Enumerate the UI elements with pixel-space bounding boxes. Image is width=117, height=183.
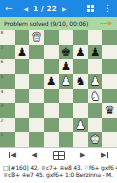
square-h1[interactable] xyxy=(102,132,117,147)
square-e3[interactable] xyxy=(59,103,74,118)
square-b1[interactable] xyxy=(15,132,30,147)
square-g3[interactable] xyxy=(88,103,103,118)
square-d4[interactable] xyxy=(44,89,59,104)
board-icon xyxy=(53,151,65,160)
square-g6[interactable] xyxy=(88,59,103,74)
board-setup-button[interactable] xyxy=(53,151,65,160)
piece-white-knight[interactable]: ♞ xyxy=(88,89,103,104)
notation-line-1[interactable]: □[#160] 42. ♕c7+ ♔e8 43. ♘f6+ gxf6 44. xyxy=(3,164,114,171)
square-c5[interactable] xyxy=(29,74,44,89)
square-e8[interactable] xyxy=(59,30,74,45)
piece-black-pawn[interactable]: ♟ xyxy=(73,45,88,60)
square-c4[interactable] xyxy=(29,89,44,104)
square-c2[interactable] xyxy=(29,118,44,133)
piece-black-knight[interactable]: ♞ xyxy=(73,74,88,89)
rank-label-2: 2 xyxy=(1,118,4,123)
status-bar: Problem solved (9/10, 00:06) → xyxy=(0,17,117,30)
square-c8[interactable]: ♛ xyxy=(29,30,44,45)
rank-label-7: 7 xyxy=(1,45,4,50)
rank-label-6: 6 xyxy=(1,59,4,64)
square-d6[interactable] xyxy=(44,59,59,74)
piece-black-pawn[interactable]: ♟ xyxy=(15,45,30,60)
square-h6[interactable] xyxy=(102,59,117,74)
square-d5[interactable]: ♟ xyxy=(44,74,59,89)
notation-line-2[interactable]: ♕c8+ ♔e7 45. gxf6+ 1:0 Berzinna - M. xyxy=(3,171,114,178)
square-b3[interactable] xyxy=(15,103,30,118)
square-g7[interactable]: ♟ xyxy=(88,45,103,60)
next-move-button[interactable]: ▶ xyxy=(80,151,85,159)
square-f6[interactable] xyxy=(73,59,88,74)
square-d7[interactable] xyxy=(44,45,59,60)
square-a5[interactable]: 5 xyxy=(0,74,15,89)
square-b4[interactable] xyxy=(15,89,30,104)
square-c1[interactable] xyxy=(29,132,44,147)
piece-white-king[interactable]: ♚ xyxy=(88,132,103,147)
square-h2[interactable] xyxy=(102,118,117,133)
piece-black-pawn[interactable]: ♟ xyxy=(44,74,59,89)
square-g5[interactable]: ♟ xyxy=(88,74,103,89)
next-puzzle-icon[interactable]: ▶ xyxy=(62,0,67,17)
square-b5[interactable] xyxy=(15,74,30,89)
square-c6[interactable] xyxy=(29,59,44,74)
square-f3[interactable] xyxy=(73,103,88,118)
back-icon[interactable]: ← xyxy=(5,0,13,17)
chess-board[interactable]: 8♛7♟♚♟♟6♟5♟♟♞♟4♞3♛2♟1♚ xyxy=(0,30,117,147)
rank-label-8: 8 xyxy=(1,30,4,35)
square-g8[interactable] xyxy=(88,30,103,45)
rank-label-5: 5 xyxy=(1,74,4,79)
status-text: Problem solved (9/10, 00:06) xyxy=(4,20,105,27)
square-h8[interactable] xyxy=(102,30,117,45)
square-f5[interactable]: ♞ xyxy=(73,74,88,89)
square-e5[interactable]: ♟ xyxy=(59,74,74,89)
square-b6[interactable] xyxy=(15,59,30,74)
square-b7[interactable]: ♟ xyxy=(15,45,30,60)
square-a7[interactable]: 7 xyxy=(0,45,15,60)
piece-white-pawn[interactable]: ♟ xyxy=(59,74,74,89)
square-d1[interactable] xyxy=(44,132,59,147)
square-h5[interactable] xyxy=(102,74,117,89)
piece-black-king[interactable]: ♚ xyxy=(59,45,74,60)
piece-white-queen[interactable]: ♛ xyxy=(29,30,44,45)
square-a4[interactable]: 4 xyxy=(0,89,15,104)
square-g4[interactable]: ♞ xyxy=(88,89,103,104)
puzzle-pager: ◀ 1 / 22 ▶ xyxy=(24,0,67,17)
square-e7[interactable]: ♚ xyxy=(59,45,74,60)
square-d2[interactable] xyxy=(44,118,59,133)
square-a1[interactable]: 1 xyxy=(0,132,15,147)
square-d3[interactable] xyxy=(44,103,59,118)
square-g2[interactable] xyxy=(88,118,103,133)
piece-white-pawn[interactable]: ♟ xyxy=(88,74,103,89)
square-g1[interactable]: ♚ xyxy=(88,132,103,147)
piece-black-pawn[interactable]: ♟ xyxy=(59,59,74,74)
overflow-menu-icon[interactable]: ⋮ xyxy=(103,0,112,17)
app-bar: ← ◀ 1 / 22 ▶ ⋮ xyxy=(0,0,117,17)
square-h4[interactable] xyxy=(102,89,117,104)
square-h7[interactable] xyxy=(102,45,117,60)
square-b2[interactable] xyxy=(15,118,30,133)
square-a6[interactable]: 6 xyxy=(0,59,15,74)
piece-black-pawn[interactable]: ♟ xyxy=(88,45,103,60)
rank-label-1: 1 xyxy=(1,132,4,137)
square-h3[interactable]: ♛ xyxy=(102,103,117,118)
square-f8[interactable] xyxy=(73,30,88,45)
square-e2[interactable] xyxy=(59,118,74,133)
previous-puzzle-icon[interactable]: ◀ xyxy=(24,0,29,17)
square-a2[interactable]: 2 xyxy=(0,118,15,133)
next-arrow-icon[interactable]: → xyxy=(100,17,113,30)
last-move-button[interactable]: ▶ xyxy=(101,151,108,159)
square-c7[interactable] xyxy=(29,45,44,60)
rank-label-3: 3 xyxy=(1,103,4,108)
square-f2[interactable]: ♟ xyxy=(73,118,88,133)
square-d8[interactable] xyxy=(44,30,59,45)
square-f4[interactable] xyxy=(73,89,88,104)
square-a3[interactable]: 3 xyxy=(0,103,15,118)
move-notation[interactable]: □[#160] 42. ♕c7+ ♔e8 43. ♘f6+ gxf6 44. ♕… xyxy=(0,162,117,178)
rank-label-4: 4 xyxy=(1,89,4,94)
square-a8[interactable]: 8 xyxy=(0,30,15,45)
square-e6[interactable]: ♟ xyxy=(59,59,74,74)
square-f7[interactable]: ♟ xyxy=(73,45,88,60)
first-move-button[interactable]: ◀ xyxy=(9,151,16,159)
square-f1[interactable] xyxy=(73,132,88,147)
piece-white-pawn[interactable]: ♟ xyxy=(73,118,88,133)
puzzle-list-grid-icon[interactable] xyxy=(87,5,94,12)
previous-move-button[interactable]: ◀ xyxy=(32,151,37,159)
square-e4[interactable] xyxy=(59,89,74,104)
square-b8[interactable] xyxy=(15,30,30,45)
move-nav-bar: ◀ ◀ ▶ ▶ xyxy=(0,147,117,162)
square-e1[interactable] xyxy=(59,132,74,147)
puzzle-counter: 1 / 22 xyxy=(33,5,57,13)
square-c3[interactable] xyxy=(29,103,44,118)
piece-black-queen[interactable]: ♛ xyxy=(102,103,117,118)
